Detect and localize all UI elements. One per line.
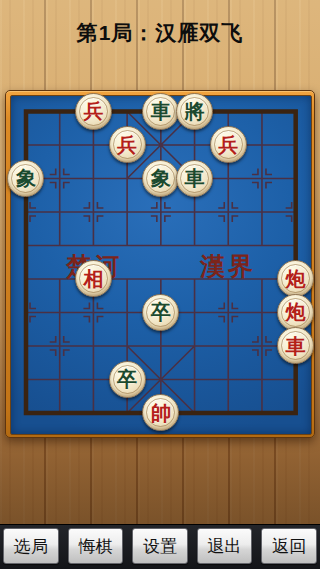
back-button[interactable]: 返回 [261, 528, 317, 564]
piece-red-general[interactable]: 帥 [142, 394, 179, 431]
bottom-toolbar: 选局 悔棋 设置 退出 返回 [0, 524, 320, 569]
xiangqi-board-frame: 楚河 漢界 兵車將兵兵象象車相炮卒炮車卒帥 [5, 90, 315, 438]
piece-red-soldier[interactable]: 兵 [109, 126, 146, 163]
piece-red-cannon[interactable]: 炮 [277, 260, 314, 297]
piece-red-chariot[interactable]: 車 [277, 327, 314, 364]
page-title: 第1局：汉雁双飞 [0, 19, 320, 47]
piece-red-soldier[interactable]: 兵 [75, 93, 112, 130]
piece-layer: 兵車將兵兵象象車相炮卒炮車卒帥 [9, 95, 312, 430]
piece-red-soldier[interactable]: 兵 [210, 126, 247, 163]
piece-black-soldier[interactable]: 卒 [142, 294, 179, 331]
piece-red-elephant[interactable]: 相 [75, 260, 112, 297]
select-game-button[interactable]: 选局 [3, 528, 59, 564]
piece-black-soldier[interactable]: 卒 [109, 361, 146, 398]
piece-black-elephant[interactable]: 象 [142, 160, 179, 197]
piece-red-cannon[interactable]: 炮 [277, 294, 314, 331]
xiangqi-board[interactable]: 楚河 漢界 兵車將兵兵象象車相炮卒炮車卒帥 [10, 95, 312, 435]
settings-button[interactable]: 设置 [132, 528, 188, 564]
undo-move-button[interactable]: 悔棋 [68, 528, 124, 564]
piece-black-chariot[interactable]: 車 [142, 93, 179, 130]
piece-black-general[interactable]: 將 [176, 93, 213, 130]
piece-black-chariot[interactable]: 車 [176, 160, 213, 197]
piece-black-elephant[interactable]: 象 [7, 160, 44, 197]
exit-button[interactable]: 退出 [197, 528, 253, 564]
